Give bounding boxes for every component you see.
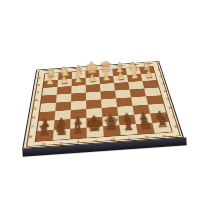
piece-white-pawn-h2[interactable]: ♟ (43, 75, 58, 86)
chess-board: hgfedcba1234567812345678 ♜♞♝♛♚♝♞♜♟♟♟♟♟♟♟… (22, 61, 184, 148)
piece-black-rook-h8[interactable]: ♜ (35, 123, 53, 140)
rank-label-right-5: 5 (165, 97, 170, 101)
square-h4[interactable] (41, 95, 57, 104)
piece-white-pawn-c2[interactable]: ♟ (113, 71, 128, 82)
piece-white-pawn-b2[interactable]: ♟ (127, 70, 142, 81)
rank-label-right-8: 8 (174, 124, 179, 129)
rank-label-left-4: 4 (34, 98, 38, 102)
rank-label-left-6: 6 (31, 115, 35, 120)
rank-label-left-2: 2 (37, 83, 41, 87)
rank-label-right-4: 4 (163, 89, 168, 93)
piece-black-bishop-f8[interactable]: ♝ (69, 117, 87, 137)
file-label-c: c (128, 135, 132, 140)
piece-black-queen-d8[interactable]: ♛ (102, 111, 120, 135)
rank-label-right-3: 3 (161, 82, 165, 86)
rank-label-right-7: 7 (171, 114, 176, 119)
rank-label-left-1: 1 (38, 76, 42, 79)
file-label-b: b (144, 134, 149, 139)
rank-label-left-3: 3 (35, 90, 39, 94)
file-label-g: g (59, 140, 63, 145)
piece-black-bishop-c8[interactable]: ♝ (119, 113, 137, 133)
rank-label-right-2: 2 (159, 74, 163, 77)
piece-white-pawn-f2[interactable]: ♟ (71, 73, 86, 84)
piece-black-rook-a8[interactable]: ♜ (153, 114, 171, 131)
file-label-f: f (77, 139, 80, 144)
rank-label-right-6: 6 (168, 105, 173, 109)
product-photo-background: hgfedcba1234567812345678 ♜♞♝♛♚♝♞♜♟♟♟♟♟♟♟… (0, 0, 200, 200)
file-label-a: a (162, 133, 167, 138)
piece-white-pawn-a2[interactable]: ♟ (141, 69, 156, 80)
rank-label-left-5: 5 (33, 106, 37, 110)
file-label-h: h (42, 141, 47, 146)
piece-white-pawn-d2[interactable]: ♟ (99, 71, 114, 82)
piece-black-knight-g8[interactable]: ♞ (52, 119, 70, 138)
file-label-e: e (94, 138, 98, 143)
rank-label-left-8: 8 (28, 134, 33, 139)
file-label-d: d (110, 137, 115, 142)
piece-white-pawn-e2[interactable]: ♟ (85, 72, 100, 83)
piece-white-pawn-g2[interactable]: ♟ (57, 74, 72, 85)
rank-label-right-1: 1 (156, 68, 160, 71)
piece-black-knight-b8[interactable]: ♞ (136, 113, 154, 132)
rank-label-left-7: 7 (30, 124, 34, 129)
piece-black-king-e8[interactable]: ♚ (85, 111, 104, 136)
